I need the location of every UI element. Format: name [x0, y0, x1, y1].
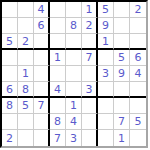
given-cell-r4c8: 5: [114, 50, 130, 66]
given-cell-r1c7: 5: [98, 2, 114, 18]
cell-r1c5[interactable]: [66, 2, 82, 18]
cell-r3c9[interactable]: [130, 34, 146, 50]
given-cell-r9c4: 7: [50, 130, 66, 146]
given-cell-r2c7: 9: [98, 18, 114, 34]
given-cell-r7c5: 1: [66, 98, 82, 114]
cell-r4c1[interactable]: [2, 50, 18, 66]
cell-r6c7[interactable]: [98, 82, 114, 98]
cell-r9c9[interactable]: [130, 130, 146, 146]
given-cell-r8c4: 8: [50, 114, 66, 130]
given-cell-r9c5: 3: [66, 130, 82, 146]
cell-r3c3[interactable]: [34, 34, 50, 50]
given-cell-r6c4: 4: [50, 82, 66, 98]
cell-r4c7[interactable]: [98, 50, 114, 66]
given-cell-r3c1: 5: [2, 34, 18, 50]
cell-r2c1[interactable]: [2, 18, 18, 34]
cell-r2c4[interactable]: [50, 18, 66, 34]
sudoku-board: 41526829521175613946843857184752731: [0, 0, 148, 148]
cell-r9c7[interactable]: [98, 130, 114, 146]
given-cell-r3c7: 1: [98, 34, 114, 50]
cell-r4c3[interactable]: [34, 50, 50, 66]
cell-r1c1[interactable]: [2, 2, 18, 18]
given-cell-r9c1: 2: [2, 130, 18, 146]
cell-r1c4[interactable]: [50, 2, 66, 18]
given-cell-r8c9: 5: [130, 114, 146, 130]
given-cell-r7c2: 5: [18, 98, 34, 114]
cell-r3c5[interactable]: [66, 34, 82, 50]
cell-r9c3[interactable]: [34, 130, 50, 146]
cell-r1c8[interactable]: [114, 2, 130, 18]
cell-r4c2[interactable]: [18, 50, 34, 66]
given-cell-r5c9: 4: [130, 66, 146, 82]
cell-r7c6[interactable]: [82, 98, 98, 114]
given-cell-r5c7: 3: [98, 66, 114, 82]
given-cell-r7c3: 7: [34, 98, 50, 114]
cell-r7c4[interactable]: [50, 98, 66, 114]
cell-r6c8[interactable]: [114, 82, 130, 98]
cell-r7c7[interactable]: [98, 98, 114, 114]
given-cell-r2c6: 2: [82, 18, 98, 34]
given-cell-r1c6: 1: [82, 2, 98, 18]
cell-r6c5[interactable]: [66, 82, 82, 98]
given-cell-r9c8: 1: [114, 130, 130, 146]
cell-r8c2[interactable]: [18, 114, 34, 130]
given-cell-r6c2: 8: [18, 82, 34, 98]
given-cell-r4c6: 7: [82, 50, 98, 66]
given-cell-r4c9: 6: [130, 50, 146, 66]
cell-r4c5[interactable]: [66, 50, 82, 66]
given-cell-r6c6: 3: [82, 82, 98, 98]
cell-r2c9[interactable]: [130, 18, 146, 34]
cell-r2c2[interactable]: [18, 18, 34, 34]
cell-r5c6[interactable]: [82, 66, 98, 82]
given-cell-r4c4: 1: [50, 50, 66, 66]
given-cell-r5c8: 9: [114, 66, 130, 82]
cell-r6c3[interactable]: [34, 82, 50, 98]
cell-r8c6[interactable]: [82, 114, 98, 130]
cell-r7c8[interactable]: [114, 98, 130, 114]
cell-r1c2[interactable]: [18, 2, 34, 18]
cell-r9c2[interactable]: [18, 130, 34, 146]
cell-r7c9[interactable]: [130, 98, 146, 114]
given-cell-r3c2: 2: [18, 34, 34, 50]
given-cell-r1c9: 2: [130, 2, 146, 18]
given-cell-r2c5: 8: [66, 18, 82, 34]
given-cell-r1c3: 4: [34, 2, 50, 18]
given-cell-r5c2: 1: [18, 66, 34, 82]
cell-r8c3[interactable]: [34, 114, 50, 130]
cell-r5c4[interactable]: [50, 66, 66, 82]
given-cell-r6c1: 6: [2, 82, 18, 98]
cell-r9c6[interactable]: [82, 130, 98, 146]
cell-r3c8[interactable]: [114, 34, 130, 50]
given-cell-r8c8: 7: [114, 114, 130, 130]
given-cell-r2c3: 6: [34, 18, 50, 34]
cell-r8c1[interactable]: [2, 114, 18, 130]
cell-r5c1[interactable]: [2, 66, 18, 82]
cell-r2c8[interactable]: [114, 18, 130, 34]
cell-r3c6[interactable]: [82, 34, 98, 50]
given-cell-r8c5: 4: [66, 114, 82, 130]
cell-r5c5[interactable]: [66, 66, 82, 82]
cell-r3c4[interactable]: [50, 34, 66, 50]
cell-r6c9[interactable]: [130, 82, 146, 98]
cell-r5c3[interactable]: [34, 66, 50, 82]
cell-r8c7[interactable]: [98, 114, 114, 130]
given-cell-r7c1: 8: [2, 98, 18, 114]
